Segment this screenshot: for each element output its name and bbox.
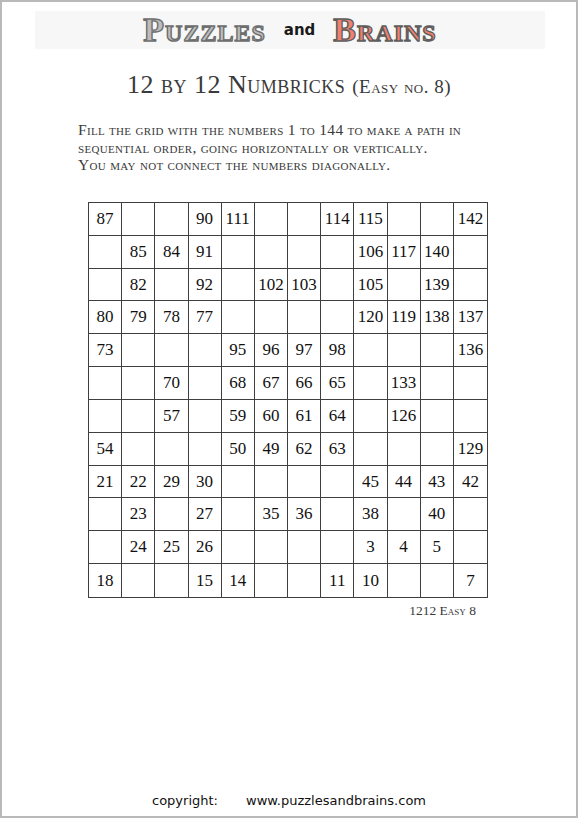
- grid-cell-empty[interactable]: [255, 236, 288, 269]
- grid-cell-given: 25: [155, 531, 188, 564]
- grid-cell-given: 68: [222, 367, 255, 400]
- grid-cell-empty[interactable]: [454, 400, 487, 433]
- grid-cell-given: 137: [454, 301, 487, 334]
- grid-cell-empty[interactable]: [388, 203, 421, 236]
- grid-cell-given: 129: [454, 433, 487, 466]
- logo-and: and: [284, 21, 316, 39]
- grid-cell-empty[interactable]: [222, 498, 255, 531]
- grid-cell-given: 7: [454, 564, 487, 597]
- page-title-main: 12 by 12 Numbricks: [127, 70, 345, 99]
- grid-cell-given: 87: [89, 203, 122, 236]
- grid-cell-empty[interactable]: [321, 531, 354, 564]
- grid-cell-given: 73: [89, 334, 122, 367]
- grid-cell-empty[interactable]: [122, 564, 155, 597]
- grid-cell-given: 67: [255, 367, 288, 400]
- grid-cell-given: 102: [255, 269, 288, 302]
- grid-cell-given: 136: [454, 334, 487, 367]
- grid-cell-empty[interactable]: [222, 269, 255, 302]
- grid-cell-given: 5: [421, 531, 454, 564]
- grid-cell-given: 49: [255, 433, 288, 466]
- grid-cell-given: 40: [421, 498, 454, 531]
- grid-cell-given: 60: [255, 400, 288, 433]
- grid-cell-empty[interactable]: [421, 433, 454, 466]
- grid-cell-empty[interactable]: [388, 334, 421, 367]
- grid-cell-given: 65: [321, 367, 354, 400]
- grid-cell-given: 103: [288, 269, 321, 302]
- grid-cell-empty[interactable]: [388, 433, 421, 466]
- grid-cell-empty[interactable]: [454, 269, 487, 302]
- grid-cell-given: 36: [288, 498, 321, 531]
- grid-cell-empty[interactable]: [421, 334, 454, 367]
- grid-cell-empty[interactable]: [421, 367, 454, 400]
- page-title-sub: (Easy no. 8): [352, 76, 451, 97]
- grid-cell-empty[interactable]: [122, 400, 155, 433]
- grid-cell-empty[interactable]: [288, 236, 321, 269]
- grid-cell-empty[interactable]: [321, 466, 354, 499]
- grid-cell-empty[interactable]: [155, 498, 188, 531]
- grid-cell-empty[interactable]: [354, 367, 387, 400]
- grid-cell-given: 70: [155, 367, 188, 400]
- grid-cell-empty[interactable]: [388, 564, 421, 597]
- grid-cell-given: 23: [122, 498, 155, 531]
- grid-cell-empty[interactable]: [354, 433, 387, 466]
- instructions-line-2: sequential order, going horizontally or …: [78, 139, 538, 157]
- grid-cell-given: 57: [155, 400, 188, 433]
- grid-cell-given: 50: [222, 433, 255, 466]
- grid-cell-given: 138: [421, 301, 454, 334]
- copyright-label: copyright:: [152, 793, 218, 808]
- grid-cell-given: 84: [155, 236, 188, 269]
- grid-cell-empty[interactable]: [122, 334, 155, 367]
- grid-cell-empty[interactable]: [222, 236, 255, 269]
- grid-cell-given: 15: [189, 564, 222, 597]
- grid-cell-empty[interactable]: [388, 269, 421, 302]
- grid-cell-empty[interactable]: [454, 531, 487, 564]
- logo-brains: Brains: [333, 13, 436, 47]
- grid-cell-given: 64: [321, 400, 354, 433]
- grid-cell-given: 21: [89, 466, 122, 499]
- grid-cell-given: 139: [421, 269, 454, 302]
- grid-cell-given: 133: [388, 367, 421, 400]
- grid-cell-empty[interactable]: [255, 564, 288, 597]
- grid-cell-empty[interactable]: [89, 498, 122, 531]
- grid-cell-given: 105: [354, 269, 387, 302]
- grid-cell-empty[interactable]: [354, 334, 387, 367]
- grid-cell-empty[interactable]: [454, 498, 487, 531]
- grid-cell-given: 77: [189, 301, 222, 334]
- grid-cell-given: 79: [122, 301, 155, 334]
- puzzle-page: Puzzles and Brains 12 by 12 Numbricks (E…: [0, 0, 578, 818]
- footer: copyright: www.puzzlesandbrains.com: [2, 793, 576, 808]
- grid-cell-given: 59: [222, 400, 255, 433]
- grid-cell-given: 27: [189, 498, 222, 531]
- puzzle-id-label: 1212 Easy 8: [88, 603, 476, 619]
- grid-cell-given: 91: [189, 236, 222, 269]
- grid-cell-empty[interactable]: [122, 433, 155, 466]
- grid-cell-given: 35: [255, 498, 288, 531]
- grid-cell-empty[interactable]: [89, 269, 122, 302]
- grid-cell-empty[interactable]: [89, 367, 122, 400]
- grid-cell-given: 26: [189, 531, 222, 564]
- grid-cell-empty[interactable]: [454, 236, 487, 269]
- grid-cell-given: 115: [354, 203, 387, 236]
- logo-puzzles: Puzzles: [143, 13, 265, 47]
- grid-cell-empty[interactable]: [421, 203, 454, 236]
- grid-cell-given: 4: [388, 531, 421, 564]
- grid-cell-given: 29: [155, 466, 188, 499]
- grid-cell-given: 38: [354, 498, 387, 531]
- grid-cell-empty[interactable]: [321, 269, 354, 302]
- grid-cell-given: 85: [122, 236, 155, 269]
- header-banner: Puzzles and Brains: [35, 11, 545, 49]
- grid-cell-empty[interactable]: [122, 203, 155, 236]
- grid-cell-given: 120: [354, 301, 387, 334]
- grid-cell-given: 95: [222, 334, 255, 367]
- grid-cell-given: 111: [222, 203, 255, 236]
- grid-cell-given: 61: [288, 400, 321, 433]
- grid-cell-given: 90: [189, 203, 222, 236]
- grid-cell-given: 22: [122, 466, 155, 499]
- grid-cell-empty[interactable]: [454, 367, 487, 400]
- grid-cell-given: 66: [288, 367, 321, 400]
- grid-cell-given: 43: [421, 466, 454, 499]
- grid-cell-empty[interactable]: [222, 466, 255, 499]
- grid-cell-given: 114: [321, 203, 354, 236]
- grid-cell-given: 24: [122, 531, 155, 564]
- grid-cell-given: 45: [354, 466, 387, 499]
- website-link: www.puzzlesandbrains.com: [246, 793, 426, 808]
- grid-cell-given: 126: [388, 400, 421, 433]
- page-title: 12 by 12 Numbricks (Easy no. 8): [2, 70, 576, 100]
- instructions-line-3: You may not connect the numbers diagonal…: [78, 156, 538, 174]
- grid-cell-empty[interactable]: [288, 466, 321, 499]
- grid-cell-empty[interactable]: [421, 564, 454, 597]
- grid-cell-given: 80: [89, 301, 122, 334]
- grid-cell-given: 140: [421, 236, 454, 269]
- grid-cell-empty[interactable]: [89, 400, 122, 433]
- grid-cell-empty[interactable]: [155, 433, 188, 466]
- grid-cell-given: 18: [89, 564, 122, 597]
- grid-cell-empty[interactable]: [288, 531, 321, 564]
- grid-cell-given: 97: [288, 334, 321, 367]
- grid-cell-given: 3: [354, 531, 387, 564]
- instructions-line-1: Fill the grid with the numbers 1 to 144 …: [78, 121, 538, 139]
- grid-cell-given: 44: [388, 466, 421, 499]
- grid-cell-given: 42: [454, 466, 487, 499]
- grid-cell-given: 30: [189, 466, 222, 499]
- grid-cell-empty[interactable]: [321, 498, 354, 531]
- grid-cell-empty[interactable]: [155, 334, 188, 367]
- grid-cell-empty[interactable]: [222, 531, 255, 564]
- grid-cell-empty[interactable]: [255, 301, 288, 334]
- grid-cell-given: 14: [222, 564, 255, 597]
- grid-cell-given: 54: [89, 433, 122, 466]
- instructions: Fill the grid with the numbers 1 to 144 …: [78, 121, 538, 174]
- grid-cell-empty[interactable]: [155, 203, 188, 236]
- grid-cell-given: 119: [388, 301, 421, 334]
- grid-cell-given: 78: [155, 301, 188, 334]
- grid-cell-empty[interactable]: [189, 433, 222, 466]
- grid-cell-empty[interactable]: [255, 531, 288, 564]
- grid-cell-empty[interactable]: [255, 466, 288, 499]
- grid-cell-empty[interactable]: [388, 498, 421, 531]
- grid-cell-given: 10: [354, 564, 387, 597]
- grid-cell-empty[interactable]: [122, 367, 155, 400]
- grid-cell-empty[interactable]: [255, 203, 288, 236]
- grid-cell-empty[interactable]: [189, 400, 222, 433]
- grid-cell-empty[interactable]: [421, 400, 454, 433]
- grid-cell-given: 92: [189, 269, 222, 302]
- grid-cell-empty[interactable]: [89, 531, 122, 564]
- grid-cell-given: 98: [321, 334, 354, 367]
- grid-cell-given: 106: [354, 236, 387, 269]
- grid-cell-empty[interactable]: [321, 236, 354, 269]
- grid-cell-given: 82: [122, 269, 155, 302]
- grid-cell-empty[interactable]: [288, 301, 321, 334]
- numbricks-grid: 8790111114115142858491106117140829210210…: [88, 202, 488, 598]
- grid-cell-empty[interactable]: [189, 334, 222, 367]
- grid-cell-given: 62: [288, 433, 321, 466]
- grid-cell-empty[interactable]: [189, 367, 222, 400]
- grid-cell-empty[interactable]: [222, 301, 255, 334]
- grid-cell-empty[interactable]: [288, 564, 321, 597]
- grid-cell-given: 11: [321, 564, 354, 597]
- grid-cell-empty[interactable]: [89, 236, 122, 269]
- grid-cell-empty[interactable]: [321, 301, 354, 334]
- grid-cell-given: 63: [321, 433, 354, 466]
- grid-cell-empty[interactable]: [354, 400, 387, 433]
- grid-cell-empty[interactable]: [155, 564, 188, 597]
- grid-cell-given: 96: [255, 334, 288, 367]
- grid-cell-empty[interactable]: [288, 203, 321, 236]
- grid-cell-given: 142: [454, 203, 487, 236]
- grid-cell-given: 117: [388, 236, 421, 269]
- grid-cell-empty[interactable]: [155, 269, 188, 302]
